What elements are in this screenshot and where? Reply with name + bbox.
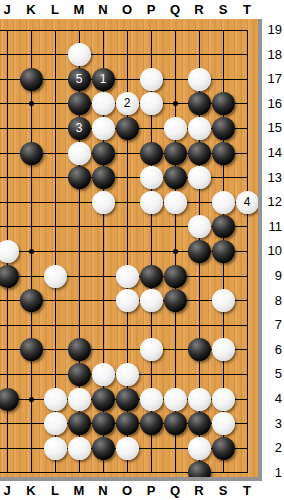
stone-white-L3: [44, 412, 67, 435]
go-diagram: JKLMNOPQRST 51324 1918171615141312111098…: [0, 0, 284, 500]
row-label-16: 16: [268, 95, 282, 113]
stone-white-L4: [44, 388, 67, 411]
stone-white-L2: [44, 437, 67, 460]
row-label-18: 18: [268, 46, 282, 64]
move-number-4: 4: [244, 195, 251, 209]
move-number-3: 3: [76, 121, 83, 135]
grid-line-row-19: [0, 30, 248, 31]
bottom-col-label-N: N: [91, 481, 115, 500]
stone-white-J10: [0, 240, 19, 263]
stone-white-O16: 2: [116, 92, 139, 115]
row-label-15: 15: [268, 119, 282, 137]
top-col-label-O: O: [115, 0, 139, 19]
stone-black-K17: [20, 68, 43, 91]
row-label-6: 6: [275, 341, 282, 359]
move-number-1: 1: [100, 72, 107, 86]
row-label-1: 1: [275, 464, 282, 482]
top-col-label-K: K: [19, 0, 43, 19]
stone-black-S10: [212, 240, 235, 263]
stone-white-P17: [140, 68, 163, 91]
top-col-label-T: T: [235, 0, 259, 19]
grid-line-row-18: [0, 54, 248, 55]
bottom-col-label-O: O: [115, 481, 139, 500]
stone-white-M14: [68, 142, 91, 165]
stone-white-O2: [116, 437, 139, 460]
stone-black-N17: 1: [92, 68, 115, 91]
stone-black-M13: [68, 166, 91, 189]
stone-black-M3: [68, 412, 91, 435]
row-label-14: 14: [268, 144, 282, 162]
stone-white-N15: [92, 117, 115, 140]
stone-black-N13: [92, 166, 115, 189]
stone-black-R3: [188, 412, 211, 435]
grid-line-col-T: [247, 30, 248, 474]
stone-white-S8: [212, 289, 235, 312]
stone-white-P13: [140, 166, 163, 189]
row-label-10: 10: [268, 242, 282, 260]
grid-line-row-7: [0, 325, 248, 326]
top-col-label-P: P: [139, 0, 163, 19]
stone-white-M4: [68, 388, 91, 411]
stone-black-K8: [20, 289, 43, 312]
stone-white-L9: [44, 265, 67, 288]
row-label-17: 17: [268, 70, 282, 88]
stone-black-S11: [212, 215, 235, 238]
top-coordinates: JKLMNOPQRST: [0, 0, 284, 19]
stone-white-O8: [116, 289, 139, 312]
top-col-label-Q: Q: [163, 0, 187, 19]
bottom-col-label-T: T: [235, 481, 259, 500]
stone-white-R2: [188, 437, 211, 460]
row-label-19: 19: [268, 21, 282, 39]
stone-black-R1: [188, 461, 211, 481]
stone-white-O5: [116, 363, 139, 386]
row-label-5: 5: [275, 365, 282, 383]
stone-black-P9: [140, 265, 163, 288]
stone-white-T12: 4: [236, 191, 259, 214]
stone-black-M17: 5: [68, 68, 91, 91]
stone-white-R15: [188, 117, 211, 140]
stone-black-O4: [116, 388, 139, 411]
row-label-2: 2: [275, 439, 282, 457]
row-label-12: 12: [268, 193, 282, 211]
stone-black-J4: [0, 388, 19, 411]
stone-white-M2: [68, 437, 91, 460]
stone-white-P6: [140, 338, 163, 361]
bottom-col-label-S: S: [211, 481, 235, 500]
stone-black-N3: [92, 412, 115, 435]
stone-white-S12: [212, 191, 235, 214]
stone-black-S15: [212, 117, 235, 140]
stone-white-M18: [68, 43, 91, 66]
stone-white-P4: [140, 388, 163, 411]
stone-white-Q12: [164, 191, 187, 214]
stone-black-O3: [116, 412, 139, 435]
row-label-7: 7: [275, 316, 282, 334]
row-label-13: 13: [268, 169, 282, 187]
stone-black-S16: [212, 92, 235, 115]
stone-black-M16: [68, 92, 91, 115]
stone-white-R11: [188, 215, 211, 238]
stone-black-N4: [92, 388, 115, 411]
top-col-label-J: J: [0, 0, 19, 19]
stone-black-Q14: [164, 142, 187, 165]
stone-white-P12: [140, 191, 163, 214]
stone-black-S2: [212, 437, 235, 460]
stone-black-P3: [140, 412, 163, 435]
bottom-col-label-J: J: [0, 481, 19, 500]
stone-black-O15: [116, 117, 139, 140]
stone-white-N5: [92, 363, 115, 386]
stone-black-S14: [212, 142, 235, 165]
stone-white-S3: [212, 412, 235, 435]
stone-white-R17: [188, 68, 211, 91]
stone-white-R4: [188, 388, 211, 411]
bottom-col-label-M: M: [67, 481, 91, 500]
stone-black-R14: [188, 142, 211, 165]
row-label-4: 4: [275, 390, 282, 408]
row-number-column: 19181716151413121110987654321: [262, 19, 284, 481]
stone-white-N16: [92, 92, 115, 115]
row-label-8: 8: [275, 292, 282, 310]
stone-black-K14: [20, 142, 43, 165]
hoshi-Q10: [173, 249, 178, 254]
bottom-col-label-L: L: [43, 481, 67, 500]
top-col-label-L: L: [43, 0, 67, 19]
stone-white-R13: [188, 166, 211, 189]
stone-black-J9: [0, 265, 19, 288]
hoshi-K4: [29, 397, 34, 402]
move-number-5: 5: [76, 72, 83, 86]
top-col-label-M: M: [67, 0, 91, 19]
stone-black-P14: [140, 142, 163, 165]
row-label-11: 11: [269, 218, 283, 236]
stone-black-Q13: [164, 166, 187, 189]
stone-black-K6: [20, 338, 43, 361]
stone-white-S4: [212, 388, 235, 411]
stone-black-Q3: [164, 412, 187, 435]
stone-white-O9: [116, 265, 139, 288]
stone-white-S6: [212, 338, 235, 361]
hoshi-K10: [29, 249, 34, 254]
stone-black-M5: [68, 363, 91, 386]
stone-white-P16: [140, 92, 163, 115]
stone-white-P8: [140, 289, 163, 312]
move-number-2: 2: [124, 96, 131, 110]
stone-black-R16: [188, 92, 211, 115]
stone-black-Q9: [164, 265, 187, 288]
stone-black-R10: [188, 240, 211, 263]
stone-white-Q4: [164, 388, 187, 411]
top-col-label-R: R: [187, 0, 211, 19]
bottom-col-label-Q: Q: [163, 481, 187, 500]
stone-white-N12: [92, 191, 115, 214]
top-col-label-S: S: [211, 0, 235, 19]
stone-black-Q8: [164, 289, 187, 312]
grid-line-row-12: [0, 202, 248, 203]
bottom-col-label-K: K: [19, 481, 43, 500]
stone-black-M6: [68, 338, 91, 361]
stone-black-R6: [188, 338, 211, 361]
hoshi-Q16: [173, 101, 178, 106]
bottom-coordinates: JKLMNOPQRST: [0, 481, 284, 500]
top-col-label-N: N: [91, 0, 115, 19]
bottom-col-label-R: R: [187, 481, 211, 500]
stone-black-N14: [92, 142, 115, 165]
row-label-9: 9: [275, 267, 282, 285]
board-surface[interactable]: 51324: [0, 19, 262, 481]
row-label-3: 3: [275, 415, 282, 433]
hoshi-K16: [29, 101, 34, 106]
bottom-col-label-P: P: [139, 481, 163, 500]
stone-white-Q15: [164, 117, 187, 140]
stone-black-M15: 3: [68, 117, 91, 140]
stone-black-N2: [92, 437, 115, 460]
